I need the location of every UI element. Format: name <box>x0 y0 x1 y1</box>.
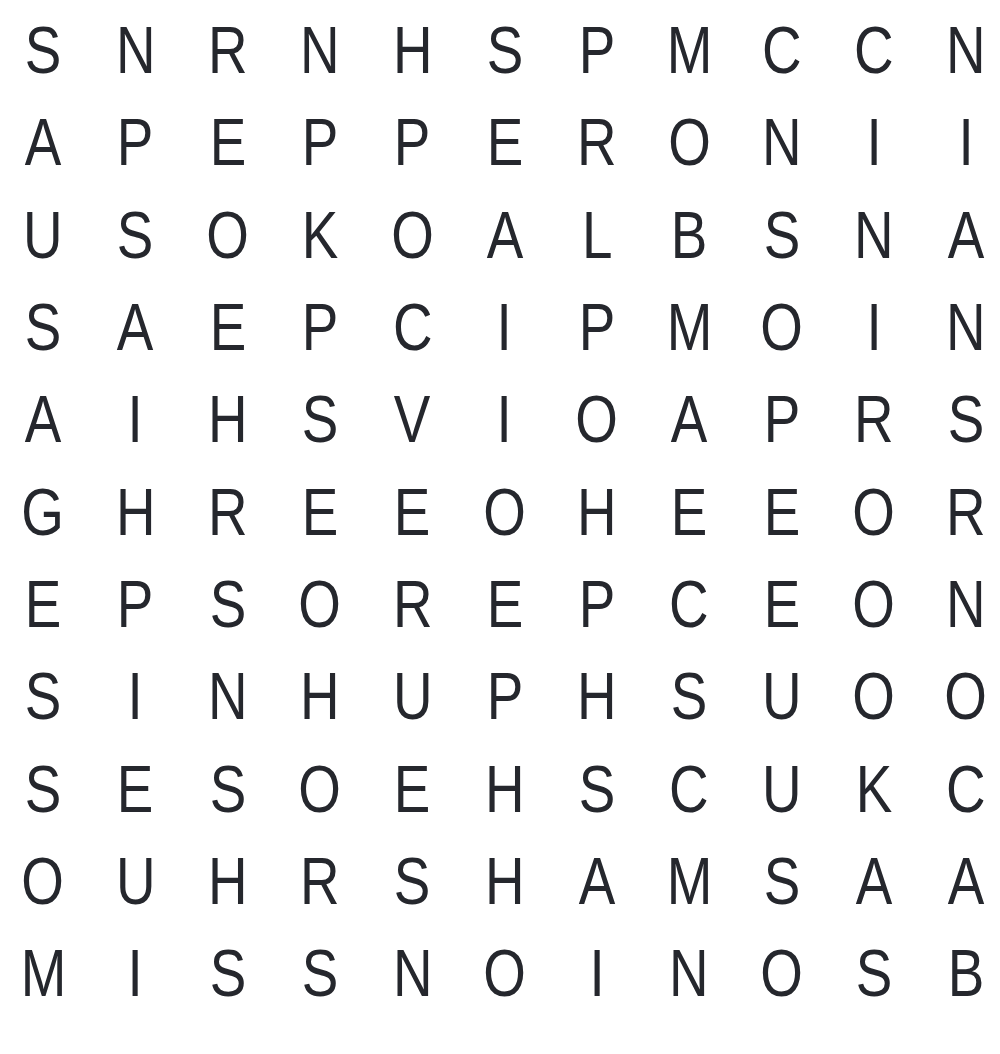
grid-cell[interactable]: A <box>828 835 920 927</box>
grid-letter: O <box>206 202 249 268</box>
grid-cell[interactable]: E <box>89 742 181 834</box>
grid-cell[interactable]: M <box>643 4 735 96</box>
grid-letter: O <box>483 940 526 1006</box>
grid-letter: C <box>762 17 802 83</box>
grid-cell[interactable]: P <box>551 558 643 650</box>
grid-letter: O <box>391 202 434 268</box>
grid-cell[interactable]: E <box>182 96 274 188</box>
grid-cell[interactable]: S <box>828 927 920 1019</box>
grid-letter: A <box>25 386 62 452</box>
grid-cell[interactable]: R <box>366 558 458 650</box>
grid-cell[interactable]: L <box>551 189 643 281</box>
grid-letter: K <box>302 202 339 268</box>
grid-cell[interactable]: O <box>274 742 366 834</box>
grid-cell[interactable]: B <box>643 189 735 281</box>
grid-cell[interactable]: S <box>366 835 458 927</box>
grid-cell[interactable]: N <box>274 4 366 96</box>
grid-letter: S <box>948 386 985 452</box>
grid-letter: P <box>486 663 523 729</box>
grid-letter: E <box>394 479 431 545</box>
grid-cell[interactable]: B <box>920 927 1000 1019</box>
grid-letter: A <box>117 294 154 360</box>
grid-cell[interactable]: P <box>551 4 643 96</box>
grid-cell[interactable]: P <box>274 96 366 188</box>
grid-cell[interactable]: E <box>458 96 550 188</box>
grid-cell[interactable]: P <box>366 96 458 188</box>
grid-cell[interactable]: A <box>0 373 89 465</box>
grid-letter: O <box>853 571 896 637</box>
grid-letter: S <box>25 17 62 83</box>
grid-cell[interactable]: E <box>735 558 827 650</box>
grid-cell[interactable]: O <box>828 558 920 650</box>
grid-letter: H <box>485 848 525 914</box>
grid-cell[interactable]: I <box>458 281 550 373</box>
grid-letter: E <box>302 479 339 545</box>
grid-letter: S <box>209 571 246 637</box>
grid-cell[interactable]: O <box>828 650 920 742</box>
grid-cell[interactable]: H <box>551 465 643 557</box>
grid-letter: O <box>22 848 65 914</box>
grid-letter: H <box>393 17 433 83</box>
grid-cell[interactable]: I <box>89 927 181 1019</box>
grid-letter: H <box>577 479 617 545</box>
grid-letter: P <box>117 571 154 637</box>
grid-cell[interactable]: A <box>89 281 181 373</box>
grid-cell[interactable]: S <box>0 650 89 742</box>
grid-cell[interactable]: N <box>920 281 1000 373</box>
grid-letter: O <box>483 479 526 545</box>
grid-letter: I <box>589 940 604 1006</box>
grid-cell[interactable]: S <box>643 650 735 742</box>
grid-letter: N <box>208 663 248 729</box>
grid-cell[interactable]: C <box>920 742 1000 834</box>
word-search-grid: SNRNHSPMCCNAPEPPERONIIUSOKOALBSNASAEPCIP… <box>0 0 1000 1019</box>
grid-cell[interactable]: C <box>643 742 735 834</box>
grid-letter: B <box>948 940 985 1006</box>
grid-cell[interactable]: A <box>551 835 643 927</box>
grid-letter: S <box>856 940 893 1006</box>
grid-cell[interactable]: U <box>366 650 458 742</box>
grid-letter: E <box>671 479 708 545</box>
grid-letter: B <box>671 202 708 268</box>
grid-cell[interactable]: S <box>458 4 550 96</box>
grid-cell[interactable]: R <box>182 4 274 96</box>
grid-cell[interactable]: H <box>89 465 181 557</box>
grid-cell[interactable]: R <box>551 96 643 188</box>
grid-cell[interactable]: O <box>643 96 735 188</box>
grid-letter: C <box>669 571 709 637</box>
grid-cell[interactable]: P <box>89 558 181 650</box>
grid-cell[interactable]: M <box>643 281 735 373</box>
grid-letter: R <box>208 479 248 545</box>
grid-cell[interactable]: N <box>735 96 827 188</box>
grid-cell[interactable]: S <box>274 373 366 465</box>
grid-cell[interactable]: N <box>828 189 920 281</box>
grid-letter: I <box>497 386 512 452</box>
grid-letter: H <box>485 756 525 822</box>
grid-cell[interactable]: O <box>182 189 274 281</box>
grid-cell[interactable]: I <box>828 281 920 373</box>
grid-letter: O <box>945 663 988 729</box>
grid-cell[interactable]: S <box>0 4 89 96</box>
grid-letter: R <box>854 386 894 452</box>
grid-cell[interactable]: E <box>274 465 366 557</box>
grid-letter: M <box>666 17 712 83</box>
grid-cell[interactable]: C <box>643 558 735 650</box>
grid-cell[interactable]: R <box>274 835 366 927</box>
grid-cell[interactable]: P <box>89 96 181 188</box>
grid-cell[interactable]: R <box>828 373 920 465</box>
grid-cell[interactable]: N <box>89 4 181 96</box>
grid-cell[interactable]: S <box>274 927 366 1019</box>
grid-letter: E <box>486 109 523 175</box>
grid-letter: H <box>208 848 248 914</box>
grid-letter: P <box>302 109 339 175</box>
grid-letter: S <box>25 294 62 360</box>
grid-letter: O <box>299 756 342 822</box>
grid-cell[interactable]: E <box>643 465 735 557</box>
grid-letter: N <box>300 17 340 83</box>
grid-letter: E <box>209 109 246 175</box>
grid-cell[interactable]: O <box>366 189 458 281</box>
grid-letter: N <box>946 294 986 360</box>
grid-cell[interactable]: C <box>828 4 920 96</box>
grid-cell[interactable]: C <box>366 281 458 373</box>
grid-cell[interactable]: E <box>0 558 89 650</box>
grid-letter: E <box>394 756 431 822</box>
grid-letter: E <box>209 294 246 360</box>
grid-letter: S <box>25 756 62 822</box>
grid-cell[interactable]: O <box>274 558 366 650</box>
grid-cell[interactable]: S <box>182 927 274 1019</box>
grid-letter: A <box>671 386 708 452</box>
grid-cell[interactable]: E <box>366 465 458 557</box>
grid-cell[interactable]: O <box>920 650 1000 742</box>
grid-letter: U <box>762 663 802 729</box>
grid-letter: S <box>302 940 339 1006</box>
grid-letter: N <box>116 17 156 83</box>
grid-letter: P <box>302 294 339 360</box>
grid-letter: I <box>958 109 973 175</box>
grid-letter: C <box>854 17 894 83</box>
grid-letter: U <box>23 202 63 268</box>
grid-letter: O <box>668 109 711 175</box>
grid-letter: U <box>762 756 802 822</box>
grid-letter: H <box>577 663 617 729</box>
grid-letter: S <box>25 663 62 729</box>
grid-letter: P <box>117 109 154 175</box>
grid-letter: V <box>394 386 431 452</box>
grid-cell[interactable]: A <box>0 96 89 188</box>
grid-cell[interactable]: E <box>735 465 827 557</box>
grid-cell[interactable]: P <box>735 373 827 465</box>
grid-cell[interactable]: I <box>828 96 920 188</box>
grid-letter: N <box>946 571 986 637</box>
grid-cell[interactable]: H <box>182 373 274 465</box>
grid-cell[interactable]: M <box>0 927 89 1019</box>
grid-letter: R <box>300 848 340 914</box>
grid-cell[interactable]: I <box>89 373 181 465</box>
grid-letter: I <box>128 386 143 452</box>
grid-cell[interactable]: H <box>182 835 274 927</box>
grid-cell[interactable]: E <box>366 742 458 834</box>
grid-letter: R <box>946 479 986 545</box>
grid-cell[interactable]: U <box>735 650 827 742</box>
grid-cell[interactable]: H <box>274 650 366 742</box>
grid-cell[interactable]: O <box>458 465 550 557</box>
grid-letter: P <box>579 17 616 83</box>
grid-cell[interactable]: E <box>458 558 550 650</box>
grid-cell[interactable]: A <box>920 189 1000 281</box>
grid-cell[interactable]: O <box>458 927 550 1019</box>
grid-letter: A <box>948 848 985 914</box>
grid-letter: S <box>671 663 708 729</box>
grid-cell[interactable]: K <box>828 742 920 834</box>
grid-letter: A <box>579 848 616 914</box>
grid-cell[interactable]: H <box>366 4 458 96</box>
grid-letter: A <box>486 202 523 268</box>
grid-cell[interactable]: E <box>182 281 274 373</box>
grid-letter: U <box>116 848 156 914</box>
grid-letter: R <box>577 109 617 175</box>
grid-cell[interactable]: V <box>366 373 458 465</box>
grid-cell[interactable]: N <box>920 558 1000 650</box>
grid-letter: O <box>853 663 896 729</box>
grid-letter: I <box>866 294 881 360</box>
grid-cell[interactable]: K <box>274 189 366 281</box>
grid-letter: H <box>208 386 248 452</box>
grid-cell[interactable]: N <box>920 4 1000 96</box>
grid-cell[interactable]: G <box>0 465 89 557</box>
grid-letter: E <box>763 479 800 545</box>
grid-letter: L <box>582 202 612 268</box>
grid-cell[interactable]: C <box>735 4 827 96</box>
grid-cell[interactable]: N <box>182 650 274 742</box>
grid-letter: P <box>394 109 431 175</box>
grid-cell[interactable]: U <box>735 742 827 834</box>
grid-cell[interactable]: I <box>89 650 181 742</box>
grid-letter: C <box>393 294 433 360</box>
grid-cell[interactable]: P <box>274 281 366 373</box>
grid-letter: E <box>486 571 523 637</box>
grid-letter: S <box>394 848 431 914</box>
grid-letter: S <box>302 386 339 452</box>
grid-letter: O <box>299 571 342 637</box>
grid-letter: M <box>20 940 66 1006</box>
grid-letter: R <box>208 17 248 83</box>
grid-letter: E <box>117 756 154 822</box>
grid-letter: N <box>393 940 433 1006</box>
grid-letter: A <box>948 202 985 268</box>
grid-letter: O <box>576 386 619 452</box>
grid-cell[interactable]: N <box>643 927 735 1019</box>
grid-letter: U <box>393 663 433 729</box>
grid-cell[interactable]: M <box>643 835 735 927</box>
grid-cell[interactable]: I <box>458 373 550 465</box>
grid-letter: S <box>209 756 246 822</box>
grid-cell[interactable]: O <box>828 465 920 557</box>
grid-letter: N <box>669 940 709 1006</box>
grid-letter: I <box>128 663 143 729</box>
grid-cell[interactable]: P <box>551 281 643 373</box>
grid-letter: G <box>22 479 65 545</box>
grid-cell[interactable]: S <box>0 281 89 373</box>
grid-letter: M <box>666 848 712 914</box>
grid-letter: N <box>854 202 894 268</box>
grid-letter: N <box>762 109 802 175</box>
grid-letter: H <box>300 663 340 729</box>
grid-cell[interactable]: S <box>0 742 89 834</box>
grid-cell[interactable]: I <box>551 927 643 1019</box>
grid-letter: C <box>669 756 709 822</box>
grid-letter: P <box>763 386 800 452</box>
grid-cell[interactable]: S <box>920 373 1000 465</box>
grid-letter: I <box>866 109 881 175</box>
grid-cell[interactable]: H <box>551 650 643 742</box>
grid-letter: C <box>946 756 986 822</box>
grid-letter: S <box>763 848 800 914</box>
grid-cell[interactable]: N <box>366 927 458 1019</box>
grid-letter: S <box>486 17 523 83</box>
grid-letter: O <box>760 940 803 1006</box>
grid-letter: H <box>116 479 156 545</box>
grid-letter: I <box>128 940 143 1006</box>
grid-cell[interactable]: U <box>0 189 89 281</box>
grid-letter: O <box>760 294 803 360</box>
grid-letter: A <box>856 848 893 914</box>
grid-letter: K <box>856 756 893 822</box>
grid-cell[interactable]: S <box>551 742 643 834</box>
grid-letter: S <box>579 756 616 822</box>
grid-letter: I <box>497 294 512 360</box>
grid-cell[interactable]: S <box>182 558 274 650</box>
grid-cell[interactable]: P <box>458 650 550 742</box>
grid-letter: S <box>117 202 154 268</box>
grid-cell[interactable]: O <box>735 281 827 373</box>
grid-letter: A <box>25 109 62 175</box>
grid-cell[interactable]: H <box>458 742 550 834</box>
grid-cell[interactable]: S <box>182 742 274 834</box>
grid-cell[interactable]: I <box>920 96 1000 188</box>
grid-cell[interactable]: O <box>0 835 89 927</box>
grid-cell[interactable]: A <box>643 373 735 465</box>
grid-letter: M <box>666 294 712 360</box>
grid-letter: E <box>25 571 62 637</box>
grid-letter: S <box>209 940 246 1006</box>
grid-letter: S <box>763 202 800 268</box>
grid-letter: E <box>763 571 800 637</box>
grid-cell[interactable]: H <box>458 835 550 927</box>
grid-cell[interactable]: S <box>89 189 181 281</box>
grid-cell[interactable]: A <box>920 835 1000 927</box>
grid-cell[interactable]: R <box>182 465 274 557</box>
grid-cell[interactable]: S <box>735 835 827 927</box>
grid-letter: P <box>579 294 616 360</box>
grid-cell[interactable]: O <box>735 927 827 1019</box>
grid-cell[interactable]: R <box>920 465 1000 557</box>
grid-letter: N <box>946 17 986 83</box>
grid-letter: R <box>393 571 433 637</box>
grid-letter: P <box>579 571 616 637</box>
grid-cell[interactable]: O <box>551 373 643 465</box>
grid-letter: O <box>853 479 896 545</box>
grid-cell[interactable]: A <box>458 189 550 281</box>
grid-cell[interactable]: U <box>89 835 181 927</box>
grid-cell[interactable]: S <box>735 189 827 281</box>
